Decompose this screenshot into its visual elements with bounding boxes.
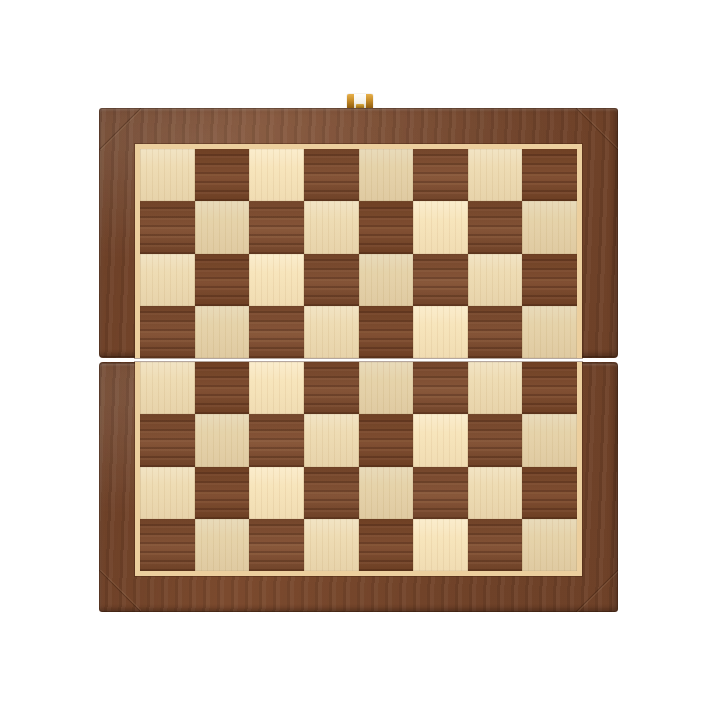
square-h6[interactable]	[522, 254, 577, 306]
square-b1[interactable]	[195, 519, 250, 571]
square-a7[interactable]	[140, 201, 195, 253]
square-h8[interactable]	[522, 149, 577, 201]
square-f2[interactable]	[413, 467, 468, 519]
square-a1[interactable]	[140, 519, 195, 571]
board-grid-bottom	[140, 362, 577, 571]
square-f8[interactable]	[413, 149, 468, 201]
square-a2[interactable]	[140, 467, 195, 519]
square-g5[interactable]	[468, 306, 523, 358]
clasp-right-tab	[366, 94, 373, 108]
square-b3[interactable]	[195, 414, 250, 466]
square-g1[interactable]	[468, 519, 523, 571]
square-f6[interactable]	[413, 254, 468, 306]
square-h1[interactable]	[522, 519, 577, 571]
square-h7[interactable]	[522, 201, 577, 253]
square-f7[interactable]	[413, 201, 468, 253]
square-f3[interactable]	[413, 414, 468, 466]
square-h4[interactable]	[522, 362, 577, 414]
board-grid-top	[140, 149, 577, 358]
brass-clasp	[347, 94, 373, 108]
clasp-center-plate	[354, 94, 366, 108]
board-top-half	[99, 108, 618, 358]
square-c6[interactable]	[249, 254, 304, 306]
square-f4[interactable]	[413, 362, 468, 414]
square-f5[interactable]	[413, 306, 468, 358]
photo-background	[0, 0, 720, 720]
square-e7[interactable]	[359, 201, 414, 253]
square-c1[interactable]	[249, 519, 304, 571]
square-f1[interactable]	[413, 519, 468, 571]
square-h5[interactable]	[522, 306, 577, 358]
square-b5[interactable]	[195, 306, 250, 358]
square-h3[interactable]	[522, 414, 577, 466]
square-a4[interactable]	[140, 362, 195, 414]
square-g2[interactable]	[468, 467, 523, 519]
square-e1[interactable]	[359, 519, 414, 571]
square-a3[interactable]	[140, 414, 195, 466]
square-c2[interactable]	[249, 467, 304, 519]
square-d4[interactable]	[304, 362, 359, 414]
square-g6[interactable]	[468, 254, 523, 306]
square-d5[interactable]	[304, 306, 359, 358]
square-g7[interactable]	[468, 201, 523, 253]
square-g4[interactable]	[468, 362, 523, 414]
square-b4[interactable]	[195, 362, 250, 414]
square-e6[interactable]	[359, 254, 414, 306]
square-g3[interactable]	[468, 414, 523, 466]
square-e8[interactable]	[359, 149, 414, 201]
clasp-left-tab	[347, 94, 354, 108]
square-e3[interactable]	[359, 414, 414, 466]
square-g8[interactable]	[468, 149, 523, 201]
folding-chess-board	[99, 108, 618, 612]
square-c7[interactable]	[249, 201, 304, 253]
square-h2[interactable]	[522, 467, 577, 519]
board-bottom-half	[99, 362, 618, 612]
square-a5[interactable]	[140, 306, 195, 358]
square-c3[interactable]	[249, 414, 304, 466]
square-a6[interactable]	[140, 254, 195, 306]
square-d8[interactable]	[304, 149, 359, 201]
square-c4[interactable]	[249, 362, 304, 414]
square-e5[interactable]	[359, 306, 414, 358]
square-b8[interactable]	[195, 149, 250, 201]
square-d6[interactable]	[304, 254, 359, 306]
square-b2[interactable]	[195, 467, 250, 519]
square-b7[interactable]	[195, 201, 250, 253]
square-c5[interactable]	[249, 306, 304, 358]
square-d3[interactable]	[304, 414, 359, 466]
square-c8[interactable]	[249, 149, 304, 201]
square-b6[interactable]	[195, 254, 250, 306]
square-d1[interactable]	[304, 519, 359, 571]
square-d7[interactable]	[304, 201, 359, 253]
square-e2[interactable]	[359, 467, 414, 519]
square-e4[interactable]	[359, 362, 414, 414]
maple-pinstripe-border-bottom	[135, 362, 582, 576]
square-a8[interactable]	[140, 149, 195, 201]
square-d2[interactable]	[304, 467, 359, 519]
maple-pinstripe-border-top	[135, 144, 582, 358]
